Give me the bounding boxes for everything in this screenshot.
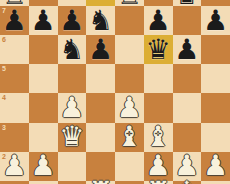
square-d5[interactable]	[86, 64, 115, 93]
square-g6[interactable]: ♟	[173, 35, 202, 64]
piece-black-pawn-d6[interactable]: ♟	[86, 35, 115, 64]
piece-black-pawn-a7[interactable]: ♟	[0, 6, 29, 35]
square-g3[interactable]	[173, 123, 202, 152]
square-b7[interactable]: ♟	[29, 6, 58, 35]
square-a6[interactable]: 6	[0, 35, 29, 64]
square-f7[interactable]: ♟	[144, 6, 173, 35]
square-e1[interactable]	[115, 181, 144, 184]
square-b4[interactable]	[29, 93, 58, 122]
square-a2[interactable]: 2♟	[0, 152, 29, 181]
rank-label-5: 5	[2, 65, 6, 72]
square-b5[interactable]	[29, 64, 58, 93]
piece-black-pawn-g6[interactable]: ♟	[173, 35, 202, 64]
square-c1[interactable]	[58, 181, 87, 184]
square-h3[interactable]	[201, 123, 230, 152]
square-d1[interactable]: ♜	[86, 181, 115, 184]
rank-label-3: 3	[2, 124, 6, 131]
square-a3[interactable]: 3	[0, 123, 29, 152]
square-b3[interactable]	[29, 123, 58, 152]
piece-black-pawn-b7[interactable]: ♟	[29, 6, 58, 35]
square-f5[interactable]	[144, 64, 173, 93]
piece-white-king-g1[interactable]: ♚	[173, 176, 202, 184]
piece-white-pawn-h2[interactable]: ♟	[201, 152, 230, 181]
chess-board-viewport: ♜♜♚7♟♟♟♞♟♟6♞♟♛♟54♟♟3♛♝♝2♟♟♟♟♟♜♜♚	[0, 0, 230, 184]
square-f6[interactable]: ♛	[144, 35, 173, 64]
square-h7[interactable]: ♟	[201, 6, 230, 35]
square-e2[interactable]	[115, 152, 144, 181]
piece-white-bishop-f3[interactable]: ♝	[144, 123, 173, 152]
square-d4[interactable]	[86, 93, 115, 122]
square-a4[interactable]: 4	[0, 93, 29, 122]
square-c5[interactable]	[58, 64, 87, 93]
square-h2[interactable]: ♟	[201, 152, 230, 181]
square-b1[interactable]	[29, 181, 58, 184]
square-h4[interactable]	[201, 93, 230, 122]
square-h5[interactable]	[201, 64, 230, 93]
piece-white-queen-c3[interactable]: ♛	[58, 123, 87, 152]
square-e7[interactable]	[115, 6, 144, 35]
piece-white-bishop-e3[interactable]: ♝	[115, 123, 144, 152]
piece-white-rook-d1[interactable]: ♜	[86, 176, 115, 184]
chess-board[interactable]: ♜♜♚7♟♟♟♞♟♟6♞♟♛♟54♟♟3♛♝♝2♟♟♟♟♟♜♜♚	[0, 0, 230, 184]
square-e4[interactable]: ♟	[115, 93, 144, 122]
square-d7[interactable]: ♞	[86, 6, 115, 35]
square-d3[interactable]	[86, 123, 115, 152]
piece-black-queen-f6[interactable]: ♛	[144, 35, 173, 64]
square-b6[interactable]	[29, 35, 58, 64]
square-c6[interactable]: ♞	[58, 35, 87, 64]
piece-white-pawn-e4[interactable]: ♟	[115, 93, 144, 122]
square-a1[interactable]	[0, 181, 29, 184]
piece-white-rook-f1[interactable]: ♜	[144, 176, 173, 184]
piece-black-pawn-f7[interactable]: ♟	[144, 6, 173, 35]
square-a5[interactable]: 5	[0, 64, 29, 93]
square-g4[interactable]	[173, 93, 202, 122]
piece-white-pawn-b2[interactable]: ♟	[29, 152, 58, 181]
piece-white-pawn-a2[interactable]: ♟	[0, 152, 29, 181]
square-c2[interactable]	[58, 152, 87, 181]
rank-label-4: 4	[2, 94, 6, 101]
square-f1[interactable]: ♜	[144, 181, 173, 184]
square-f4[interactable]	[144, 93, 173, 122]
square-g5[interactable]	[173, 64, 202, 93]
square-c4[interactable]: ♟	[58, 93, 87, 122]
piece-black-pawn-c7[interactable]: ♟	[58, 6, 87, 35]
square-d6[interactable]: ♟	[86, 35, 115, 64]
square-c7[interactable]: ♟	[58, 6, 87, 35]
piece-black-pawn-h7[interactable]: ♟	[201, 6, 230, 35]
piece-black-knight-d7[interactable]: ♞	[86, 6, 115, 35]
square-a7[interactable]: 7♟	[0, 6, 29, 35]
square-g1[interactable]: ♚	[173, 181, 202, 184]
square-e6[interactable]	[115, 35, 144, 64]
square-h6[interactable]	[201, 35, 230, 64]
square-b2[interactable]: ♟	[29, 152, 58, 181]
square-c3[interactable]: ♛	[58, 123, 87, 152]
rank-label-6: 6	[2, 36, 6, 43]
square-e3[interactable]: ♝	[115, 123, 144, 152]
square-e5[interactable]	[115, 64, 144, 93]
square-f3[interactable]: ♝	[144, 123, 173, 152]
square-g7[interactable]	[173, 6, 202, 35]
square-h1[interactable]	[201, 181, 230, 184]
piece-white-pawn-c4[interactable]: ♟	[58, 93, 87, 122]
piece-black-knight-c6[interactable]: ♞	[58, 35, 87, 64]
